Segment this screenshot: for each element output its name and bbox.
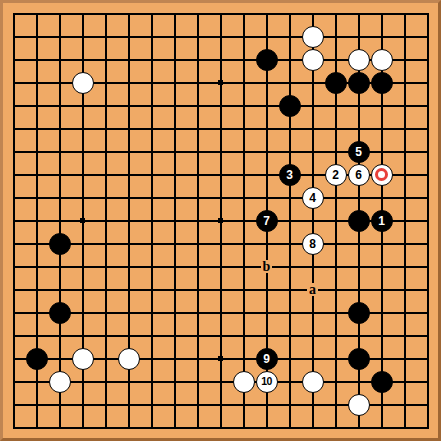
white-stone-move-8: 8 (302, 233, 324, 255)
white-stone (348, 49, 370, 71)
black-stone (348, 72, 370, 94)
white-stone-marked (371, 164, 393, 186)
white-stone (302, 26, 324, 48)
star-point-cell (209, 209, 232, 232)
star-point (218, 356, 223, 361)
intersection: 10 (255, 370, 278, 393)
white-stone-move-6: 6 (348, 164, 370, 186)
red-circle-mark (375, 168, 388, 181)
intersection (117, 347, 140, 370)
white-stone (371, 49, 393, 71)
white-stone (348, 394, 370, 416)
point-label-b: b (261, 260, 273, 273)
intersection (370, 163, 393, 186)
black-stone (279, 95, 301, 117)
star-point (218, 218, 223, 223)
intersection (347, 347, 370, 370)
white-stone-move-10: 10 (256, 371, 278, 393)
move-number: 2 (332, 169, 339, 181)
intersection: 8 (301, 232, 324, 255)
white-stone-move-4: 4 (302, 187, 324, 209)
black-stone (348, 348, 370, 370)
star-point (218, 80, 223, 85)
intersection (301, 370, 324, 393)
go-board: 53264718910ab (0, 0, 441, 441)
move-number: 7 (263, 215, 270, 227)
move-number: 3 (286, 169, 293, 181)
star-point-cell (209, 347, 232, 370)
move-number: 6 (355, 169, 362, 181)
star-point (80, 218, 85, 223)
intersection (71, 347, 94, 370)
white-stone (72, 72, 94, 94)
white-stone (118, 348, 140, 370)
star-point-cell (209, 71, 232, 94)
star-point-cell (71, 209, 94, 232)
black-stone (325, 72, 347, 94)
intersection: 4 (301, 186, 324, 209)
white-stone (302, 371, 324, 393)
black-stone (26, 348, 48, 370)
black-stone (371, 371, 393, 393)
intersection (370, 370, 393, 393)
black-stone-move-1: 1 (371, 210, 393, 232)
intersection (301, 25, 324, 48)
move-number: 9 (263, 353, 270, 365)
labeled-point: b (255, 255, 278, 278)
intersection (347, 48, 370, 71)
intersection: 5 (347, 140, 370, 163)
labeled-point: a (301, 278, 324, 301)
intersection (370, 48, 393, 71)
intersection (347, 393, 370, 416)
intersection: 1 (370, 209, 393, 232)
intersection: 2 (324, 163, 347, 186)
point-label-a: a (307, 283, 318, 296)
intersection (232, 370, 255, 393)
intersection (324, 71, 347, 94)
intersection: 3 (278, 163, 301, 186)
black-stone (348, 210, 370, 232)
board-cells: 53264718910ab (2, 2, 439, 439)
intersection (370, 71, 393, 94)
move-number: 8 (309, 238, 316, 250)
move-number: 10 (261, 376, 272, 387)
intersection (71, 71, 94, 94)
black-stone (348, 302, 370, 324)
intersection (48, 232, 71, 255)
intersection (301, 48, 324, 71)
white-stone (72, 348, 94, 370)
white-stone (49, 371, 71, 393)
move-number: 5 (355, 146, 362, 158)
black-stone-move-3: 3 (279, 164, 301, 186)
intersection (255, 48, 278, 71)
intersection: 9 (255, 347, 278, 370)
intersection (347, 209, 370, 232)
move-number: 4 (309, 192, 316, 204)
intersection (25, 347, 48, 370)
intersection (278, 94, 301, 117)
black-stone-move-5: 5 (348, 141, 370, 163)
black-stone (371, 72, 393, 94)
intersection (347, 301, 370, 324)
move-number: 1 (378, 215, 385, 227)
white-stone (302, 49, 324, 71)
black-stone (49, 302, 71, 324)
intersection: 7 (255, 209, 278, 232)
white-stone (233, 371, 255, 393)
black-stone (256, 49, 278, 71)
white-stone-move-2: 2 (325, 164, 347, 186)
intersection (48, 370, 71, 393)
intersection: 6 (347, 163, 370, 186)
black-stone-move-7: 7 (256, 210, 278, 232)
black-stone-move-9: 9 (256, 348, 278, 370)
intersection (347, 71, 370, 94)
intersection (48, 301, 71, 324)
black-stone (49, 233, 71, 255)
